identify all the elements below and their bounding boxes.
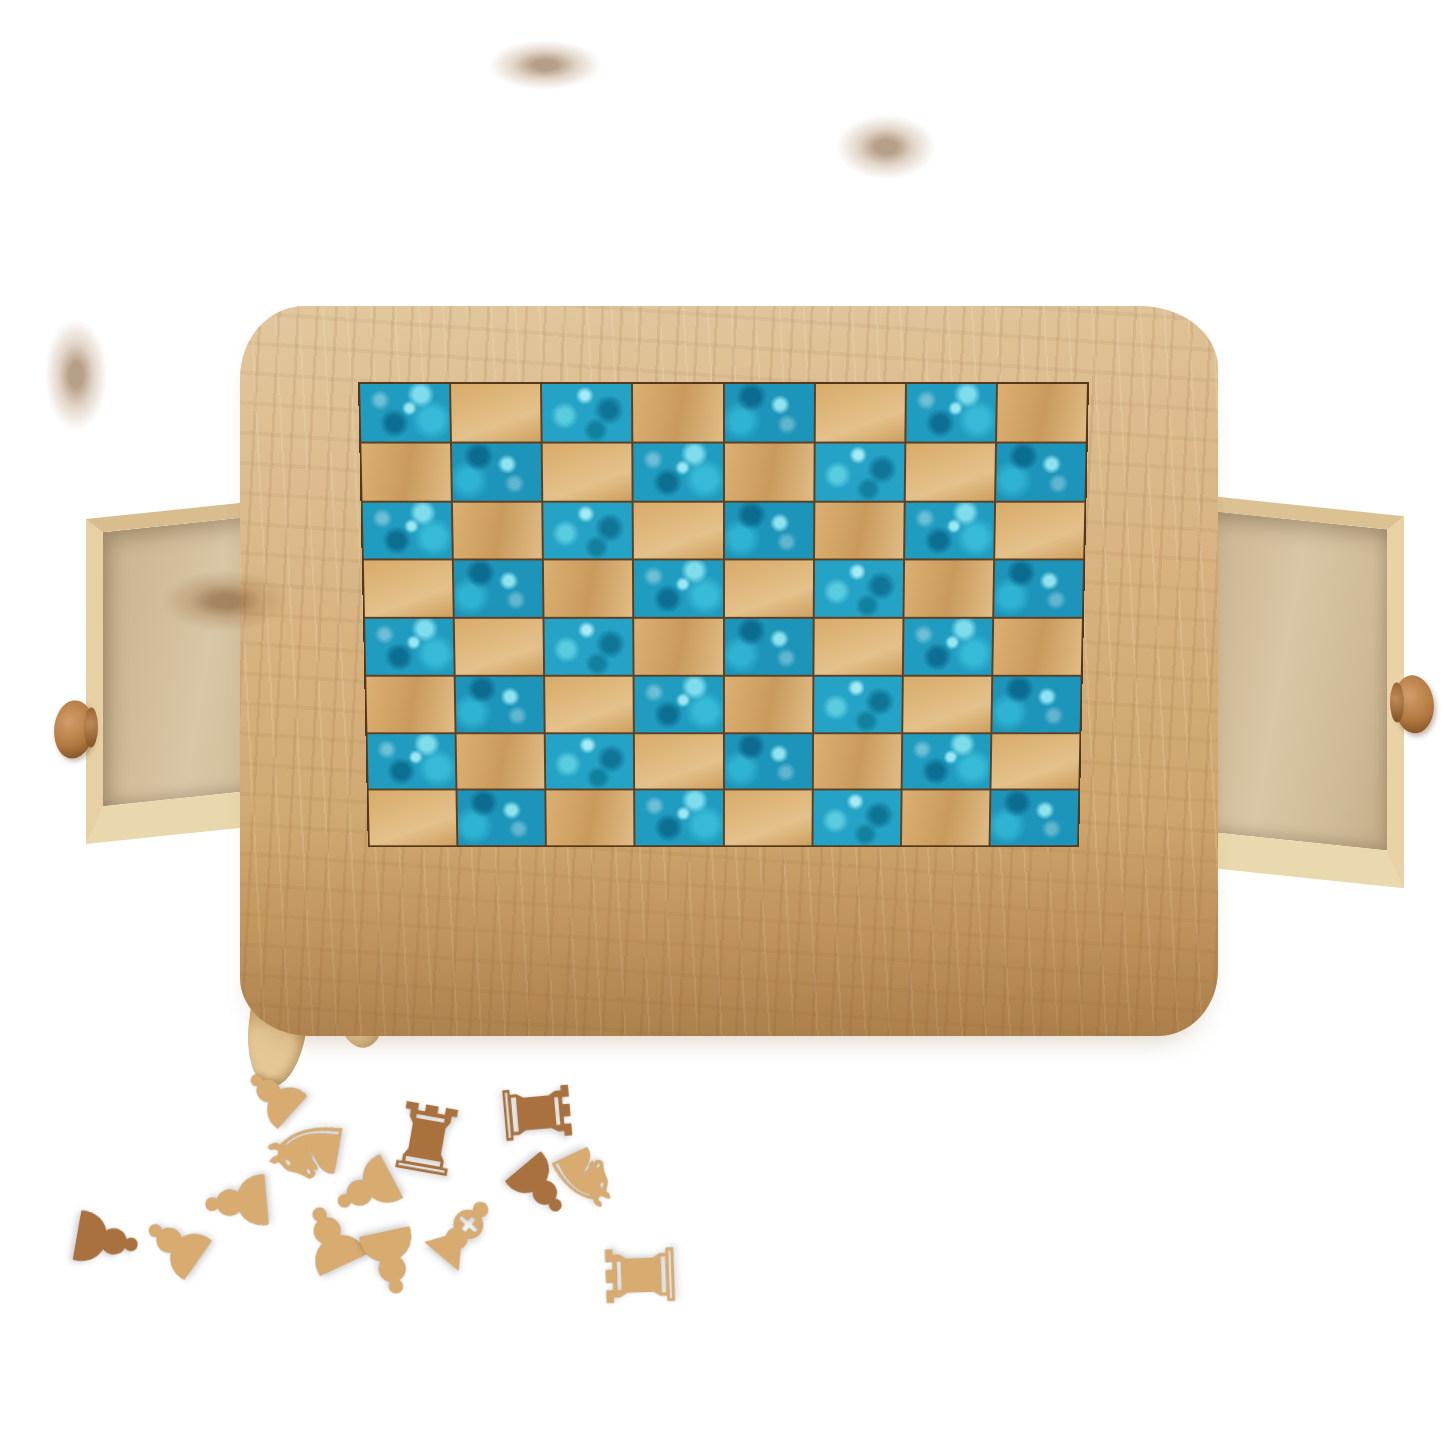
chess-piece-rook[interactable]: ♜ xyxy=(594,1231,691,1319)
pieces-layer: ♟♞♜♜♟♟♟♟♟♝♞♜♟♟ xyxy=(0,0,1445,1445)
scene: ♟♞♜♜♟♟♟♟♟♝♞♜♟♟ xyxy=(0,0,1445,1445)
